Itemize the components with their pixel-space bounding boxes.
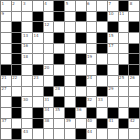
white-cell-r7c11[interactable] — [108, 65, 118, 75]
white-cell-r8c10[interactable] — [97, 76, 107, 86]
black-cell-r7c12 — [119, 65, 129, 75]
white-cell-r11c3[interactable] — [22, 108, 32, 118]
white-cell-r3c10[interactable] — [97, 22, 107, 32]
black-cell-r5c13 — [129, 44, 139, 54]
black-cell-r9c5 — [44, 87, 54, 97]
white-cell-r3c7[interactable] — [65, 22, 75, 32]
black-cell-r3c2 — [12, 22, 22, 32]
black-cell-r11c13 — [129, 108, 139, 118]
white-cell-r3c3[interactable] — [22, 22, 32, 32]
white-cell-r5c4[interactable] — [33, 44, 43, 54]
clue-number: 41 — [108, 118, 113, 123]
black-cell-r6c8 — [76, 54, 86, 64]
black-cell-r10c6 — [54, 97, 64, 107]
white-cell-r9c9[interactable] — [87, 87, 97, 97]
white-cell-r2c12[interactable]: 11 — [119, 12, 129, 22]
clue-number: 44 — [87, 129, 92, 134]
crossword-puzzle: 1234567891011121314151617181920212223242… — [0, 0, 140, 140]
white-cell-r8c9[interactable]: 24 — [87, 76, 97, 86]
white-cell-r6c11[interactable] — [108, 54, 118, 64]
white-cell-r2c5[interactable] — [44, 12, 54, 22]
white-cell-r5c6[interactable] — [54, 44, 64, 54]
white-cell-r6c9[interactable]: 19 — [87, 54, 97, 64]
white-cell-r10c9[interactable]: 32 — [87, 97, 97, 107]
black-cell-r11c11 — [108, 108, 118, 118]
white-cell-r1c1[interactable]: 1 — [1, 1, 11, 11]
white-cell-r10c7[interactable] — [65, 97, 75, 107]
black-cell-r13c2 — [12, 129, 22, 139]
white-cell-r9c6[interactable]: 28 — [54, 87, 64, 97]
white-cell-r8c3[interactable] — [22, 76, 32, 86]
white-cell-r8c7[interactable] — [65, 76, 75, 86]
white-cell-r11c5[interactable]: 34 — [44, 108, 54, 118]
white-cell-r9c11[interactable]: 29 — [108, 87, 118, 97]
white-cell-r12c13[interactable]: 42 — [129, 119, 139, 129]
white-cell-r3c1[interactable] — [1, 22, 11, 32]
clue-number: 29 — [108, 86, 113, 91]
white-cell-r9c4[interactable] — [33, 87, 43, 97]
black-cell-r1c6 — [54, 1, 64, 11]
white-cell-r7c8[interactable] — [76, 65, 86, 75]
clue-number: 18 — [23, 54, 28, 59]
white-cell-r13c6[interactable] — [54, 129, 64, 139]
white-cell-r5c8[interactable] — [76, 44, 86, 54]
white-cell-r5c11[interactable]: 17 — [108, 44, 118, 54]
black-cell-r8c8 — [76, 76, 86, 86]
black-cell-r11c2 — [12, 108, 22, 118]
clue-number: 36 — [76, 107, 81, 112]
black-cell-r7c10 — [97, 65, 107, 75]
clue-number: 30 — [23, 97, 28, 102]
white-cell-r7c6[interactable] — [54, 65, 64, 75]
white-cell-r13c9[interactable]: 44 — [87, 129, 97, 139]
clue-number: 42 — [130, 118, 135, 123]
white-cell-r13c1[interactable] — [1, 129, 11, 139]
black-cell-r7c4 — [33, 65, 43, 75]
white-cell-r1c5[interactable]: 4 — [44, 1, 54, 11]
white-cell-r12c5[interactable]: 38 — [44, 119, 54, 129]
black-cell-r3c4 — [33, 22, 43, 32]
clue-number: 23 — [34, 75, 39, 80]
clue-number: 31 — [44, 97, 49, 102]
white-cell-r6c1[interactable] — [1, 54, 11, 64]
white-cell-r4c12[interactable] — [119, 33, 129, 43]
white-cell-r9c8[interactable] — [76, 87, 86, 97]
black-cell-r6c6 — [54, 54, 64, 64]
white-cell-r4c3[interactable]: 13 — [22, 33, 32, 43]
black-cell-r5c2 — [12, 44, 22, 54]
white-cell-r1c11[interactable]: 7 — [108, 1, 118, 11]
black-cell-r2c6 — [54, 12, 64, 22]
black-cell-r7c2 — [12, 65, 22, 75]
white-cell-r6c12[interactable] — [119, 54, 129, 64]
white-cell-r7c3[interactable] — [22, 65, 32, 75]
white-cell-r10c10[interactable]: 33 — [97, 97, 107, 107]
white-cell-r13c11[interactable] — [108, 129, 118, 139]
white-cell-r11c6[interactable]: 35 — [54, 108, 64, 118]
white-cell-r10c5[interactable]: 31 — [44, 97, 54, 107]
black-cell-r2c10 — [97, 12, 107, 22]
white-cell-r5c1[interactable] — [1, 44, 11, 54]
white-cell-r9c12[interactable] — [119, 87, 129, 97]
white-cell-r10c12[interactable] — [119, 97, 129, 107]
white-cell-r5c7[interactable] — [65, 44, 75, 54]
white-cell-r12c3[interactable] — [22, 119, 32, 129]
white-cell-r1c7[interactable]: 5 — [65, 1, 75, 11]
clue-number: 15 — [108, 33, 113, 38]
white-cell-r11c10[interactable] — [97, 108, 107, 118]
white-cell-r4c5[interactable] — [44, 33, 54, 43]
white-cell-r4c1[interactable] — [1, 33, 11, 43]
black-cell-r12c4 — [33, 119, 43, 129]
clue-number: 12 — [44, 22, 49, 27]
white-cell-r4c4[interactable]: 14 — [33, 33, 43, 43]
clue-number: 16 — [23, 43, 28, 48]
crossword-grid: 1234567891011121314151617181920212223242… — [0, 0, 140, 140]
white-cell-r9c3[interactable] — [22, 87, 32, 97]
white-cell-r13c12[interactable] — [119, 129, 129, 139]
black-cell-r9c10 — [97, 87, 107, 97]
clue-number: 43 — [23, 129, 28, 134]
clue-number: 35 — [55, 107, 60, 112]
black-cell-r1c12 — [119, 1, 129, 11]
clue-number: 17 — [108, 43, 113, 48]
white-cell-r11c1[interactable] — [1, 108, 11, 118]
clue-number: 33 — [98, 97, 103, 102]
white-cell-r8c11[interactable] — [108, 76, 118, 86]
white-cell-r2c7[interactable] — [65, 12, 75, 22]
clue-number: 40 — [87, 118, 92, 123]
black-cell-r12c12 — [119, 119, 129, 129]
white-cell-r10c11[interactable] — [108, 97, 118, 107]
white-cell-r10c1[interactable] — [1, 97, 11, 107]
white-cell-r13c4[interactable] — [33, 129, 43, 139]
clue-number: 11 — [119, 11, 124, 16]
black-cell-r5c10 — [97, 44, 107, 54]
white-cell-r10c3[interactable]: 30 — [22, 97, 32, 107]
black-cell-r2c8 — [76, 12, 86, 22]
clue-number: 2 — [12, 1, 15, 6]
clue-number: 8 — [130, 1, 133, 6]
white-cell-r1c9[interactable]: 6 — [87, 1, 97, 11]
white-cell-r7c7[interactable] — [65, 65, 75, 75]
white-cell-r6c10[interactable] — [97, 54, 107, 64]
white-cell-r1c10[interactable] — [97, 1, 107, 11]
white-cell-r12c8[interactable] — [76, 119, 86, 129]
white-cell-r4c11[interactable]: 15 — [108, 33, 118, 43]
white-cell-r8c4[interactable]: 23 — [33, 76, 43, 86]
clue-number: 26 — [130, 75, 135, 80]
white-cell-r6c7[interactable] — [65, 54, 75, 64]
black-cell-r2c4 — [33, 12, 43, 22]
white-cell-r9c1[interactable]: 27 — [1, 87, 11, 97]
white-cell-r7c9[interactable] — [87, 65, 97, 75]
white-cell-r2c13[interactable] — [129, 12, 139, 22]
white-cell-r1c2[interactable]: 2 — [12, 1, 22, 11]
white-cell-r8c13[interactable]: 26 — [129, 76, 139, 86]
white-cell-r5c12[interactable] — [119, 44, 129, 54]
clue-number: 19 — [87, 54, 92, 59]
clue-number: 4 — [44, 1, 47, 6]
black-cell-r10c2 — [12, 97, 22, 107]
white-cell-r4c13[interactable] — [129, 33, 139, 43]
white-cell-r8c12[interactable]: 25 — [119, 76, 129, 86]
white-cell-r5c3[interactable]: 16 — [22, 44, 32, 54]
clue-number: 6 — [87, 1, 90, 6]
black-cell-r11c9 — [87, 108, 97, 118]
clue-number: 7 — [108, 1, 111, 6]
clue-number: 37 — [2, 118, 7, 123]
clue-number: 22 — [12, 75, 17, 80]
white-cell-r13c13[interactable] — [129, 129, 139, 139]
white-cell-r13c5[interactable] — [44, 129, 54, 139]
white-cell-r10c13[interactable] — [129, 97, 139, 107]
white-cell-r6c3[interactable]: 18 — [22, 54, 32, 64]
black-cell-r10c8 — [76, 97, 86, 107]
white-cell-r5c5[interactable] — [44, 44, 54, 54]
white-cell-r9c13[interactable] — [129, 87, 139, 97]
white-cell-r2c1[interactable]: 9 — [1, 12, 11, 22]
clue-number: 1 — [2, 1, 5, 6]
white-cell-r2c3[interactable] — [22, 12, 32, 22]
clue-number: 9 — [2, 11, 5, 16]
clue-number: 14 — [34, 33, 39, 38]
white-cell-r12c2[interactable] — [12, 119, 22, 129]
white-cell-r8c5[interactable] — [44, 76, 54, 86]
white-cell-r2c9[interactable] — [87, 12, 97, 22]
white-cell-r4c7[interactable] — [65, 33, 75, 43]
white-cell-r8c1[interactable]: 21 — [1, 76, 11, 86]
white-cell-r3c8[interactable] — [76, 22, 86, 32]
white-cell-r12c6[interactable] — [54, 119, 64, 129]
clue-number: 38 — [44, 118, 49, 123]
white-cell-r13c3[interactable]: 43 — [22, 129, 32, 139]
white-cell-r12c1[interactable]: 37 — [1, 119, 11, 129]
clue-number: 5 — [66, 1, 69, 6]
black-cell-r7c13 — [129, 65, 139, 75]
white-cell-r3c9[interactable] — [87, 22, 97, 32]
black-cell-r6c2 — [12, 54, 22, 64]
black-cell-r11c7 — [65, 108, 75, 118]
white-cell-r1c4[interactable] — [33, 1, 43, 11]
white-cell-r1c13[interactable]: 8 — [129, 1, 139, 11]
white-cell-r12c11[interactable]: 41 — [108, 119, 118, 129]
white-cell-r12c9[interactable]: 40 — [87, 119, 97, 129]
black-cell-r4c10 — [97, 33, 107, 43]
white-cell-r6c5[interactable] — [44, 54, 54, 64]
clue-number: 13 — [23, 33, 28, 38]
white-cell-r12c7[interactable]: 39 — [65, 119, 75, 129]
white-cell-r11c8[interactable]: 36 — [76, 108, 86, 118]
white-cell-r13c10[interactable] — [97, 129, 107, 139]
clue-number: 27 — [2, 86, 7, 91]
white-cell-r5c9[interactable] — [87, 44, 97, 54]
white-cell-r7c5[interactable]: 20 — [44, 65, 54, 75]
black-cell-r8c6 — [54, 76, 64, 86]
white-cell-r1c8[interactable] — [76, 1, 86, 11]
white-cell-r1c3[interactable]: 3 — [22, 1, 32, 11]
clue-number: 10 — [108, 11, 113, 16]
white-cell-r10c4[interactable] — [33, 97, 43, 107]
white-cell-r13c7[interactable] — [65, 129, 75, 139]
clue-number: 24 — [87, 75, 92, 80]
black-cell-r3c13 — [129, 22, 139, 32]
clue-number: 21 — [2, 75, 7, 80]
white-cell-r2c11[interactable]: 10 — [108, 12, 118, 22]
black-cell-r4c2 — [12, 33, 22, 43]
black-cell-r3c11 — [108, 22, 118, 32]
white-cell-r6c4[interactable] — [33, 54, 43, 64]
black-cell-r13c8 — [76, 129, 86, 139]
clue-number: 3 — [23, 1, 26, 6]
clue-number: 20 — [44, 65, 49, 70]
black-cell-r4c6 — [54, 33, 64, 43]
white-cell-r9c7[interactable] — [65, 87, 75, 97]
white-cell-r11c12[interactable] — [119, 108, 129, 118]
clue-number: 25 — [119, 75, 124, 80]
white-cell-r3c6[interactable] — [54, 22, 64, 32]
white-cell-r3c5[interactable]: 12 — [44, 22, 54, 32]
black-cell-r11c4 — [33, 108, 43, 118]
clue-number: 32 — [87, 97, 92, 102]
black-cell-r7c1 — [1, 65, 11, 75]
white-cell-r3c12[interactable] — [119, 22, 129, 32]
white-cell-r2c2[interactable] — [12, 12, 22, 22]
clue-number: 39 — [66, 118, 71, 123]
black-cell-r6c13 — [129, 54, 139, 64]
black-cell-r4c8 — [76, 33, 86, 43]
clue-number: 34 — [44, 107, 49, 112]
black-cell-r12c10 — [97, 119, 107, 129]
clue-number: 28 — [55, 86, 60, 91]
white-cell-r4c9[interactable] — [87, 33, 97, 43]
white-cell-r8c2[interactable]: 22 — [12, 76, 22, 86]
white-cell-r9c2[interactable] — [12, 87, 22, 97]
